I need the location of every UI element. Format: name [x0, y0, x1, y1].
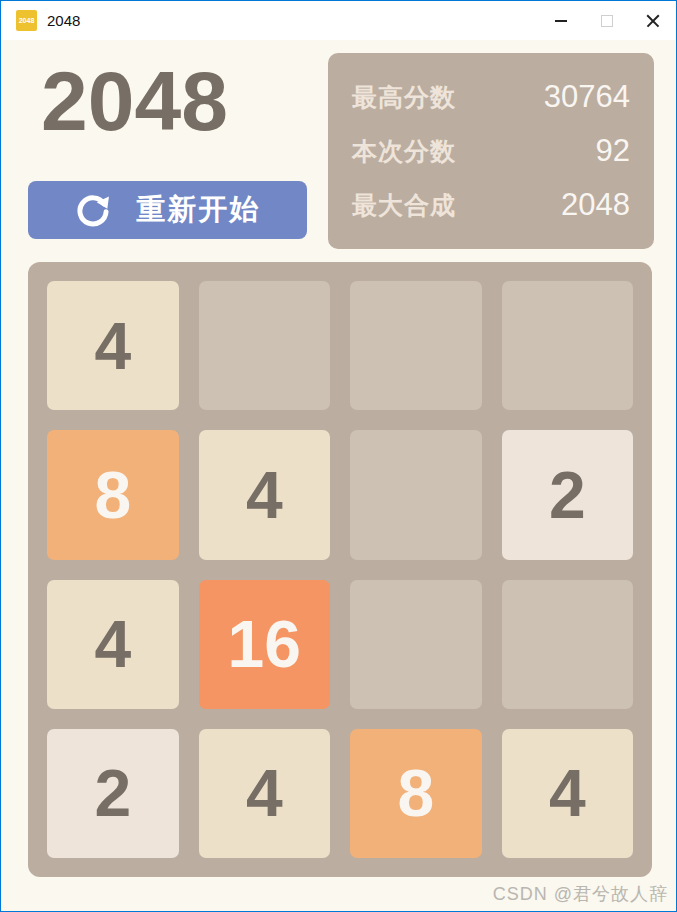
tile-4: 4	[47, 281, 179, 410]
minimize-button[interactable]	[538, 1, 584, 40]
app-window: 2048 2048 2048 重新开始 最高分数 30764 本次分数 92	[0, 0, 677, 912]
empty-cell	[350, 281, 482, 410]
tile-8: 8	[350, 729, 482, 858]
current-score-label: 本次分数	[352, 135, 456, 168]
tile-16: 16	[199, 580, 331, 709]
tile-2: 2	[47, 729, 179, 858]
titlebar: 2048 2048	[1, 1, 676, 40]
empty-cell	[350, 580, 482, 709]
tile-8: 8	[47, 430, 179, 559]
empty-cell	[502, 580, 634, 709]
board[interactable]: 48424162484	[28, 262, 652, 877]
refresh-icon	[75, 192, 111, 228]
empty-cell	[350, 430, 482, 559]
restart-button[interactable]: 重新开始	[28, 181, 307, 239]
tile-4: 4	[199, 430, 331, 559]
best-score-row: 最高分数 30764	[352, 79, 630, 115]
empty-cell	[199, 281, 331, 410]
best-score-label: 最高分数	[352, 81, 456, 114]
minimize-icon	[555, 20, 567, 22]
window-title: 2048	[47, 12, 80, 29]
restart-button-label: 重新开始	[137, 190, 261, 230]
close-icon	[645, 13, 661, 29]
tile-2: 2	[502, 430, 634, 559]
tile-4: 4	[502, 729, 634, 858]
close-button[interactable]	[630, 1, 676, 40]
tile-4: 4	[199, 729, 331, 858]
score-panel: 最高分数 30764 本次分数 92 最大合成 2048	[328, 53, 654, 249]
app-icon: 2048	[16, 10, 37, 31]
best-score-value: 30764	[544, 79, 630, 115]
max-tile-value: 2048	[561, 187, 630, 223]
max-tile-row: 最大合成 2048	[352, 187, 630, 223]
max-tile-label: 最大合成	[352, 189, 456, 222]
watermark: CSDN @君兮故人辞	[493, 882, 668, 906]
current-score-row: 本次分数 92	[352, 133, 630, 169]
page-title: 2048	[41, 59, 228, 143]
current-score-value: 92	[596, 133, 630, 169]
maximize-button[interactable]	[584, 1, 630, 40]
maximize-icon	[601, 15, 613, 27]
app-icon-label: 2048	[19, 17, 35, 24]
empty-cell	[502, 281, 634, 410]
tile-4: 4	[47, 580, 179, 709]
